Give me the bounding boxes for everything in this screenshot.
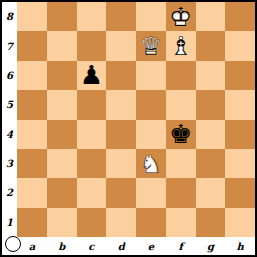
piece-white-knight[interactable]: ♞♘ [136,149,166,178]
square-c8[interactable] [77,2,107,31]
square-d5[interactable] [106,90,136,119]
square-e2[interactable] [136,178,166,207]
square-f4[interactable]: ♚ [166,120,196,149]
square-a8[interactable] [17,2,47,31]
queen-glyph-outline: ♕ [136,31,166,60]
bishop-glyph-outline: ♗ [166,31,196,60]
square-a1[interactable] [17,208,47,237]
square-f8[interactable]: ♚♔ [166,2,196,31]
piece-black-pawn[interactable]: ♟ [77,61,107,90]
square-b5[interactable] [47,90,77,119]
square-d3[interactable] [106,149,136,178]
file-label-d: d [106,237,136,255]
rank-label-3: 3 [2,149,17,178]
file-label-b: b [47,237,77,255]
chess-board: 8♚♔7♛♕♝♗6♟54♚3♞♘21abcdefgh [2,2,255,255]
square-e6[interactable] [136,61,166,90]
square-f5[interactable] [166,90,196,119]
square-g6[interactable] [196,61,226,90]
square-f7[interactable]: ♝♗ [166,31,196,60]
square-b6[interactable] [47,61,77,90]
chess-diagram: 8♚♔7♛♕♝♗6♟54♚3♞♘21abcdefgh [0,0,257,257]
file-label-f: f [166,237,196,255]
square-g2[interactable] [196,178,226,207]
knight-glyph-outline: ♘ [136,149,166,178]
square-b1[interactable] [47,208,77,237]
square-c6[interactable]: ♟ [77,61,107,90]
square-h6[interactable] [225,61,255,90]
square-c5[interactable] [77,90,107,119]
square-f2[interactable] [166,178,196,207]
square-c7[interactable] [77,31,107,60]
file-label-a: a [17,237,47,255]
square-f1[interactable] [166,208,196,237]
square-h5[interactable] [225,90,255,119]
piece-black-king[interactable]: ♚ [166,120,196,149]
square-h4[interactable] [225,120,255,149]
rank-label-4: 4 [2,120,17,149]
square-a4[interactable] [17,120,47,149]
rank-label-2: 2 [2,178,17,207]
square-g7[interactable] [196,31,226,60]
piece-white-bishop[interactable]: ♝♗ [166,31,196,60]
square-g5[interactable] [196,90,226,119]
square-b2[interactable] [47,178,77,207]
square-b3[interactable] [47,149,77,178]
square-e4[interactable] [136,120,166,149]
rank-label-5: 5 [2,90,17,119]
king-glyph-solid: ♚ [166,120,196,149]
square-a2[interactable] [17,178,47,207]
square-f3[interactable] [166,149,196,178]
piece-white-king[interactable]: ♚♔ [166,2,196,31]
file-label-h: h [225,237,255,255]
square-e5[interactable] [136,90,166,119]
square-g3[interactable] [196,149,226,178]
square-d8[interactable] [106,2,136,31]
file-label-e: e [136,237,166,255]
square-e1[interactable] [136,208,166,237]
square-d1[interactable] [106,208,136,237]
rank-label-8: 8 [2,2,17,31]
square-c4[interactable] [77,120,107,149]
square-d2[interactable] [106,178,136,207]
file-label-c: c [77,237,107,255]
square-b8[interactable] [47,2,77,31]
square-a5[interactable] [17,90,47,119]
square-e8[interactable] [136,2,166,31]
square-d6[interactable] [106,61,136,90]
rank-label-6: 6 [2,61,17,90]
file-label-g: g [196,237,226,255]
square-e7[interactable]: ♛♕ [136,31,166,60]
square-d4[interactable] [106,120,136,149]
square-h2[interactable] [225,178,255,207]
square-c2[interactable] [77,178,107,207]
white-to-move-indicator [5,236,21,252]
king-glyph-outline: ♔ [166,2,196,31]
square-g4[interactable] [196,120,226,149]
square-c3[interactable] [77,149,107,178]
square-g8[interactable] [196,2,226,31]
square-b4[interactable] [47,120,77,149]
pawn-glyph-solid: ♟ [77,61,107,90]
square-e3[interactable]: ♞♘ [136,149,166,178]
square-g1[interactable] [196,208,226,237]
square-f6[interactable] [166,61,196,90]
rank-label-7: 7 [2,31,17,60]
square-c1[interactable] [77,208,107,237]
square-h1[interactable] [225,208,255,237]
square-h7[interactable] [225,31,255,60]
square-a3[interactable] [17,149,47,178]
piece-white-queen[interactable]: ♛♕ [136,31,166,60]
square-h8[interactable] [225,2,255,31]
rank-label-1: 1 [2,208,17,237]
square-b7[interactable] [47,31,77,60]
square-d7[interactable] [106,31,136,60]
square-h3[interactable] [225,149,255,178]
square-a6[interactable] [17,61,47,90]
square-a7[interactable] [17,31,47,60]
